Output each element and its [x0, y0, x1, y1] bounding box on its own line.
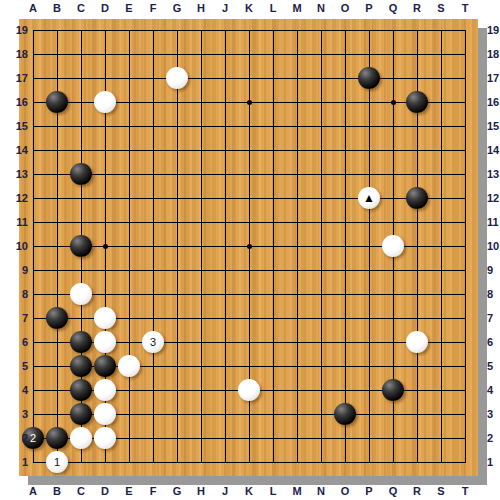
- coordinate-bottom-N: N: [309, 484, 333, 498]
- coordinate-top-S: S: [429, 1, 453, 15]
- coordinate-bottom-L: L: [261, 484, 285, 498]
- grid-line-vertical-T: [465, 30, 466, 463]
- coordinate-bottom-M: M: [285, 484, 309, 498]
- stone-black-C4: [70, 379, 92, 401]
- coordinate-right-12: 12: [487, 191, 500, 205]
- grid-line-horizontal-1: [33, 462, 466, 463]
- coordinate-top-G: G: [165, 1, 189, 15]
- coordinate-top-B: B: [45, 1, 69, 15]
- coordinate-right-6: 6: [487, 335, 500, 349]
- stone-black-O3: [334, 403, 356, 425]
- stone-white-D6: [94, 331, 116, 353]
- coordinate-top-K: K: [237, 1, 261, 15]
- stone-black-D5: [94, 355, 116, 377]
- star-point-K10: [247, 244, 252, 249]
- coordinate-top-T: T: [453, 1, 477, 15]
- coordinate-top-N: N: [309, 1, 333, 15]
- coordinate-left-18: 18: [0, 47, 28, 61]
- grid-line-vertical-O: [345, 30, 346, 463]
- coordinate-right-8: 8: [487, 287, 500, 301]
- go-board-page: ▲321AA1919BB1818CC1717DD1616EE1515FF1414…: [0, 0, 500, 500]
- coordinate-bottom-T: T: [453, 484, 477, 498]
- coordinate-left-19: 19: [0, 23, 28, 37]
- coordinate-left-16: 16: [0, 95, 28, 109]
- coordinate-left-12: 12: [0, 191, 28, 205]
- coordinate-right-14: 14: [487, 143, 500, 157]
- stone-black-B16: [46, 91, 68, 113]
- move-number-label: 1: [54, 451, 60, 473]
- coordinate-bottom-C: C: [69, 484, 93, 498]
- coordinate-top-P: P: [357, 1, 381, 15]
- star-point-Q16: [391, 100, 396, 105]
- grid-line-vertical-L: [273, 30, 274, 463]
- move-number-label: 2: [30, 427, 36, 449]
- stone-black-C6: [70, 331, 92, 353]
- coordinate-bottom-P: P: [357, 484, 381, 498]
- stone-black-B2: [46, 427, 68, 449]
- coordinate-left-8: 8: [0, 287, 28, 301]
- coordinate-right-15: 15: [487, 119, 500, 133]
- star-point-D10: [103, 244, 108, 249]
- coordinate-right-13: 13: [487, 167, 500, 181]
- coordinate-right-7: 7: [487, 311, 500, 325]
- coordinate-top-M: M: [285, 1, 309, 15]
- coordinate-right-16: 16: [487, 95, 500, 109]
- coordinate-left-2: 2: [0, 431, 28, 445]
- stone-black-R12: [406, 187, 428, 209]
- stone-black-B7: [46, 307, 68, 329]
- coordinate-left-14: 14: [0, 143, 28, 157]
- stone-black-C3: [70, 403, 92, 425]
- coordinate-top-O: O: [333, 1, 357, 15]
- grid-line-horizontal-8: [33, 294, 466, 295]
- stone-black-C13: [70, 163, 92, 185]
- coordinate-bottom-E: E: [117, 484, 141, 498]
- coordinate-bottom-A: A: [21, 484, 45, 498]
- coordinate-bottom-F: F: [141, 484, 165, 498]
- coordinate-left-1: 1: [0, 455, 28, 469]
- grid-line-vertical-S: [441, 30, 442, 463]
- coordinate-right-1: 1: [487, 455, 500, 469]
- grid-line-vertical-N: [321, 30, 322, 463]
- coordinate-bottom-B: B: [45, 484, 69, 498]
- coordinate-left-6: 6: [0, 335, 28, 349]
- stone-black-Q4: [382, 379, 404, 401]
- stone-white-G17: [166, 67, 188, 89]
- stone-black-C10: [70, 235, 92, 257]
- coordinate-top-R: R: [405, 1, 429, 15]
- coordinate-left-9: 9: [0, 263, 28, 277]
- coordinate-top-L: L: [261, 1, 285, 15]
- star-point-K16: [247, 100, 252, 105]
- coordinate-left-11: 11: [0, 215, 28, 229]
- coordinate-right-9: 9: [487, 263, 500, 277]
- stone-white-E5: [118, 355, 140, 377]
- coordinate-right-18: 18: [487, 47, 500, 61]
- coordinate-bottom-O: O: [333, 484, 357, 498]
- coordinate-bottom-Q: Q: [381, 484, 405, 498]
- stone-white-D4: [94, 379, 116, 401]
- stone-white-R6: [406, 331, 428, 353]
- stone-white-P12: ▲: [358, 187, 380, 209]
- stone-white-C2: [70, 427, 92, 449]
- coordinate-top-F: F: [141, 1, 165, 15]
- stone-white-D2: [94, 427, 116, 449]
- stone-white-F6: 3: [142, 331, 164, 353]
- coordinate-top-C: C: [69, 1, 93, 15]
- coordinate-right-4: 4: [487, 383, 500, 397]
- move-number-label: 3: [150, 331, 156, 353]
- coordinate-left-4: 4: [0, 383, 28, 397]
- stone-black-R16: [406, 91, 428, 113]
- coordinate-right-11: 11: [487, 215, 500, 229]
- stone-white-D7: [94, 307, 116, 329]
- coordinate-top-J: J: [213, 1, 237, 15]
- stone-white-D16: [94, 91, 116, 113]
- stone-white-B1: 1: [46, 451, 68, 473]
- coordinate-right-17: 17: [487, 71, 500, 85]
- stone-white-Q10: [382, 235, 404, 257]
- coordinate-right-5: 5: [487, 359, 500, 373]
- coordinate-bottom-S: S: [429, 484, 453, 498]
- coordinate-left-10: 10: [0, 239, 28, 253]
- coordinate-left-5: 5: [0, 359, 28, 373]
- coordinate-right-10: 10: [487, 239, 500, 253]
- stone-black-C5: [70, 355, 92, 377]
- coordinate-top-H: H: [189, 1, 213, 15]
- coordinate-bottom-J: J: [213, 484, 237, 498]
- coordinate-left-3: 3: [0, 407, 28, 421]
- coordinate-left-17: 17: [0, 71, 28, 85]
- coordinate-left-7: 7: [0, 311, 28, 325]
- coordinate-top-E: E: [117, 1, 141, 15]
- coordinate-top-A: A: [21, 1, 45, 15]
- grid-line-vertical-M: [297, 30, 298, 463]
- coordinate-left-13: 13: [0, 167, 28, 181]
- coordinate-right-2: 2: [487, 431, 500, 445]
- coordinate-bottom-R: R: [405, 484, 429, 498]
- coordinate-bottom-G: G: [165, 484, 189, 498]
- coordinate-top-D: D: [93, 1, 117, 15]
- stone-black-P17: [358, 67, 380, 89]
- coordinate-right-3: 3: [487, 407, 500, 421]
- grid-line-horizontal-9: [33, 270, 466, 271]
- coordinate-top-Q: Q: [381, 1, 405, 15]
- coordinate-bottom-H: H: [189, 484, 213, 498]
- stone-white-K4: [238, 379, 260, 401]
- triangle-mark-icon: ▲: [363, 192, 375, 204]
- grid-line-vertical-P: [369, 30, 370, 463]
- coordinate-right-19: 19: [487, 23, 500, 37]
- coordinate-bottom-K: K: [237, 484, 261, 498]
- stone-white-C8: [70, 283, 92, 305]
- stone-white-D3: [94, 403, 116, 425]
- coordinate-bottom-D: D: [93, 484, 117, 498]
- coordinate-left-15: 15: [0, 119, 28, 133]
